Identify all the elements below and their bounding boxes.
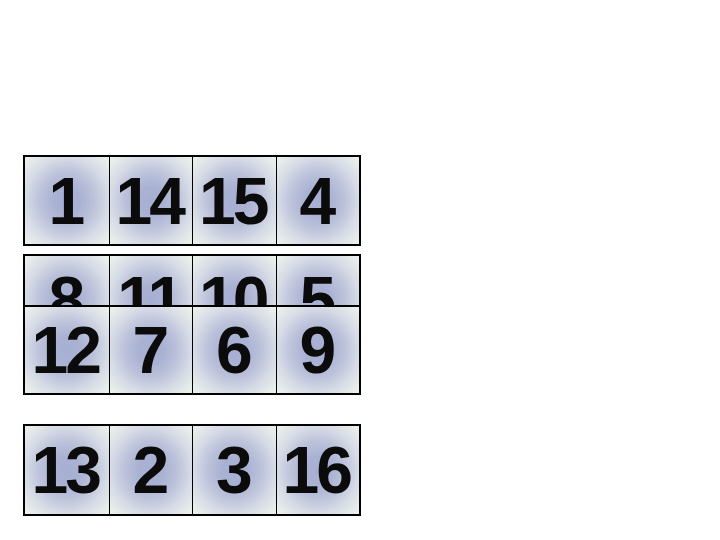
cell-r3c2: 7 [109, 307, 193, 393]
cell-r1c4: 4 [276, 157, 360, 244]
cell-r1c3: 15 [192, 157, 276, 244]
cell-r1c1: 1 [25, 157, 109, 244]
cell-r1c2: 14 [109, 157, 193, 244]
cell-r4c3: 3 [192, 426, 276, 514]
magic-square-row-3: 12 7 6 9 [23, 305, 361, 395]
cell-r3c3: 6 [192, 307, 276, 393]
magic-square-row-4: 13 2 3 16 [23, 424, 361, 516]
cell-r4c2: 2 [109, 426, 193, 514]
slide: 1 14 15 4 8 11 10 5 12 7 6 9 13 2 3 16 [0, 0, 720, 540]
magic-square-row-1: 1 14 15 4 [23, 155, 361, 246]
cell-r4c1: 13 [25, 426, 109, 514]
cell-r3c1: 12 [25, 307, 109, 393]
cell-r4c4: 16 [276, 426, 360, 514]
cell-r3c4: 9 [276, 307, 360, 393]
